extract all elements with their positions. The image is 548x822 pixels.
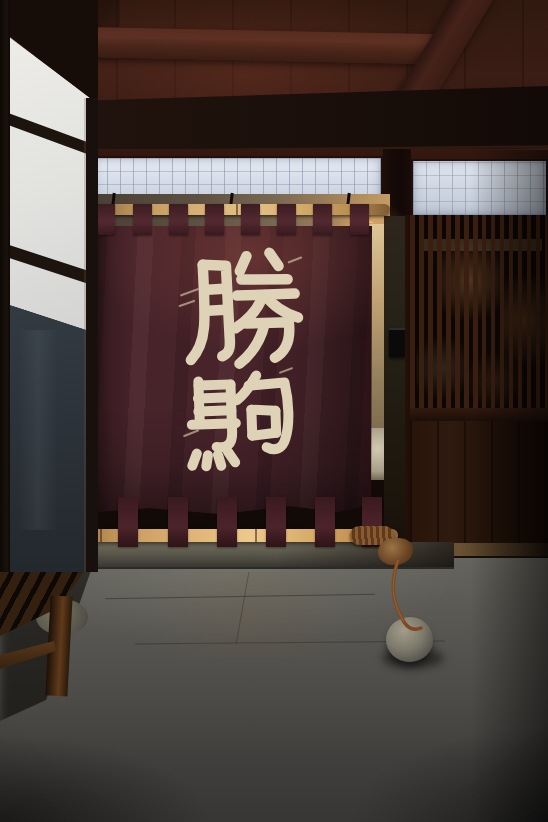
photo-japanese-entrance: 勝 駒	[0, 0, 548, 822]
left-wall	[0, 0, 98, 572]
kanji-koma	[180, 366, 304, 490]
bamboo-node	[255, 529, 257, 542]
curtain-loop-bottom	[217, 497, 237, 547]
curtain-loop-bottom	[315, 497, 335, 547]
corner-post	[84, 98, 98, 572]
curtain-loop	[205, 204, 224, 235]
intercom-box	[389, 328, 405, 357]
noren-curtain: 勝 駒	[94, 226, 372, 518]
curtain-loop	[96, 204, 115, 235]
kanji-katsu	[177, 245, 309, 377]
curtain-loop	[241, 204, 260, 235]
edge-post	[0, 0, 10, 572]
bamboo-node	[236, 204, 238, 215]
anchor-stone	[386, 617, 433, 662]
bamboo-pole-top	[86, 204, 390, 215]
curtain-loop-bottom	[168, 497, 188, 547]
right-shadow	[470, 150, 548, 822]
curtain-loop-bottom	[118, 497, 138, 547]
curtain-loop	[277, 204, 296, 235]
curtain-loop-bottom	[266, 497, 286, 547]
curtain-loop	[350, 204, 369, 235]
curtain-loop	[133, 204, 152, 235]
curtain-loop	[313, 204, 332, 235]
wall-slate-sheen	[18, 330, 58, 530]
curtain-loop	[169, 204, 188, 235]
bamboo-node	[100, 529, 102, 542]
